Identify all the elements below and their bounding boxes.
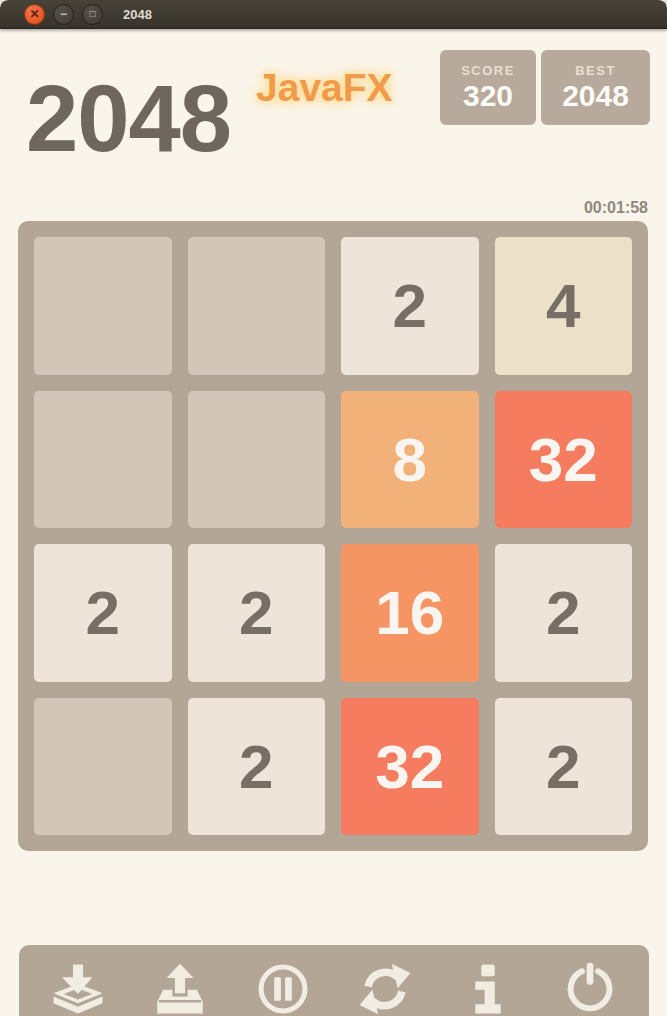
save-icon [51,962,105,1016]
tile-2: 2 [495,544,633,682]
tile-2: 2 [188,544,326,682]
tile-2: 2 [495,698,633,836]
pause-icon [256,962,310,1016]
tile-2: 2 [341,237,479,375]
pause-button[interactable] [255,961,311,1016]
quit-button[interactable] [562,961,618,1016]
tile-32: 32 [341,698,479,836]
javafx-badge: JavaFX [256,66,393,110]
tile-8: 8 [341,391,479,529]
empty-cell [34,698,172,836]
tile-4: 4 [495,237,633,375]
close-icon: ✕ [29,8,39,20]
app-window: ✕ − □ 2048 2048 JavaFX SCORE 320 BEST 20… [0,0,667,1016]
empty-cell [188,391,326,529]
power-icon [563,962,617,1016]
window-title: 2048 [123,7,152,22]
minimize-icon: − [60,8,67,20]
tile-32: 32 [495,391,633,529]
best-label: BEST [575,63,616,78]
empty-cell [34,391,172,529]
board: 24832221622322 [18,221,648,851]
tile-2: 2 [188,698,326,836]
maximize-button[interactable]: □ [82,4,103,25]
best-box: BEST 2048 [541,50,650,125]
toolbar [19,945,649,1016]
close-button[interactable]: ✕ [24,4,45,25]
restore-button[interactable] [152,961,208,1016]
titlebar: ✕ − □ 2048 [0,0,667,29]
empty-cell [34,237,172,375]
score-value: 320 [463,79,513,113]
tile-2: 2 [34,544,172,682]
timer: 00:01:58 [584,199,648,217]
best-value: 2048 [562,79,629,113]
save-button[interactable] [50,961,106,1016]
page-title: 2048 [26,72,231,166]
info-button[interactable] [460,961,516,1016]
restart-icon [358,962,412,1016]
empty-cell [188,237,326,375]
info-icon [461,962,515,1016]
tile-16: 16 [341,544,479,682]
minimize-button[interactable]: − [53,4,74,25]
restore-icon [153,962,207,1016]
score-box: SCORE 320 [440,50,536,125]
maximize-icon: □ [89,9,95,19]
restart-button[interactable] [357,961,413,1016]
score-label: SCORE [461,63,515,78]
